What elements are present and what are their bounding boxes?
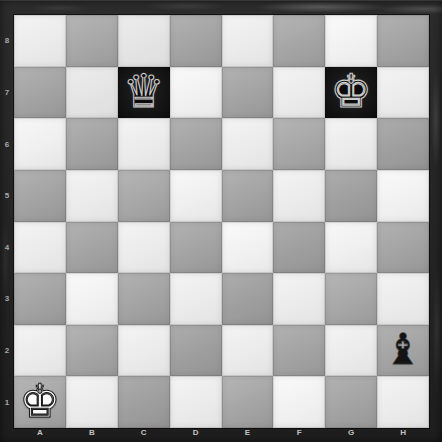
square-g5[interactable] xyxy=(325,170,377,222)
square-e4[interactable] xyxy=(222,222,274,274)
square-g2[interactable] xyxy=(325,325,377,377)
rank-label-5: 5 xyxy=(0,170,14,222)
square-e5[interactable] xyxy=(222,170,274,222)
square-g6[interactable] xyxy=(325,118,377,170)
square-e8[interactable] xyxy=(222,15,274,67)
square-c5[interactable] xyxy=(118,170,170,222)
chess-board: ♛♚♝♚ xyxy=(14,15,429,428)
square-h4[interactable] xyxy=(377,222,429,274)
square-g8[interactable] xyxy=(325,15,377,67)
square-h7[interactable] xyxy=(377,67,429,119)
file-labels: ABCDEFGH xyxy=(14,428,429,442)
file-label-e: E xyxy=(222,428,274,442)
square-e1[interactable] xyxy=(222,376,274,428)
square-f5[interactable] xyxy=(273,170,325,222)
rank-label-6: 6 xyxy=(0,118,14,170)
rank-label-2: 2 xyxy=(0,325,14,377)
square-d8[interactable] xyxy=(170,15,222,67)
square-b5[interactable] xyxy=(66,170,118,222)
square-d6[interactable] xyxy=(170,118,222,170)
square-b4[interactable] xyxy=(66,222,118,274)
square-c3[interactable] xyxy=(118,273,170,325)
square-c6[interactable] xyxy=(118,118,170,170)
file-label-a: A xyxy=(14,428,66,442)
square-e6[interactable] xyxy=(222,118,274,170)
square-f6[interactable] xyxy=(273,118,325,170)
square-h8[interactable] xyxy=(377,15,429,67)
square-d5[interactable] xyxy=(170,170,222,222)
square-d1[interactable] xyxy=(170,376,222,428)
file-label-f: F xyxy=(273,428,325,442)
square-b3[interactable] xyxy=(66,273,118,325)
square-a2[interactable] xyxy=(14,325,66,377)
square-f2[interactable] xyxy=(273,325,325,377)
square-f3[interactable] xyxy=(273,273,325,325)
square-g4[interactable] xyxy=(325,222,377,274)
rank-labels: 87654321 xyxy=(0,15,14,428)
square-h6[interactable] xyxy=(377,118,429,170)
square-a1[interactable]: ♚ xyxy=(14,376,66,428)
square-e2[interactable] xyxy=(222,325,274,377)
square-d2[interactable] xyxy=(170,325,222,377)
square-e7[interactable] xyxy=(222,67,274,119)
square-c7[interactable]: ♛ xyxy=(118,67,170,119)
square-b2[interactable] xyxy=(66,325,118,377)
square-h2[interactable]: ♝ xyxy=(377,325,429,377)
square-b7[interactable] xyxy=(66,67,118,119)
square-g1[interactable] xyxy=(325,376,377,428)
square-f7[interactable] xyxy=(273,67,325,119)
file-label-b: B xyxy=(66,428,118,442)
black-bishop[interactable]: ♝ xyxy=(384,328,423,371)
square-h3[interactable] xyxy=(377,273,429,325)
square-c2[interactable] xyxy=(118,325,170,377)
file-label-g: G xyxy=(325,428,377,442)
square-a7[interactable] xyxy=(14,67,66,119)
square-d3[interactable] xyxy=(170,273,222,325)
square-a8[interactable] xyxy=(14,15,66,67)
square-c1[interactable] xyxy=(118,376,170,428)
square-a4[interactable] xyxy=(14,222,66,274)
square-f4[interactable] xyxy=(273,222,325,274)
white-king[interactable]: ♚ xyxy=(19,378,60,424)
file-label-h: H xyxy=(377,428,429,442)
square-c4[interactable] xyxy=(118,222,170,274)
file-label-d: D xyxy=(170,428,222,442)
square-a5[interactable] xyxy=(14,170,66,222)
square-f8[interactable] xyxy=(273,15,325,67)
square-b6[interactable] xyxy=(66,118,118,170)
square-g7[interactable]: ♚ xyxy=(325,67,377,119)
rank-label-4: 4 xyxy=(0,222,14,274)
square-c8[interactable] xyxy=(118,15,170,67)
file-label-c: C xyxy=(118,428,170,442)
rank-label-3: 3 xyxy=(0,273,14,325)
square-d4[interactable] xyxy=(170,222,222,274)
square-a3[interactable] xyxy=(14,273,66,325)
square-h1[interactable] xyxy=(377,376,429,428)
square-d7[interactable] xyxy=(170,67,222,119)
rank-label-7: 7 xyxy=(0,67,14,119)
square-g3[interactable] xyxy=(325,273,377,325)
square-b1[interactable] xyxy=(66,376,118,428)
square-b8[interactable] xyxy=(66,15,118,67)
square-a6[interactable] xyxy=(14,118,66,170)
square-f1[interactable] xyxy=(273,376,325,428)
rank-label-8: 8 xyxy=(0,15,14,67)
rank-label-1: 1 xyxy=(0,376,14,428)
black-king[interactable]: ♚ xyxy=(331,68,372,114)
chess-board-frame: ♛♚♝♚ 87654321 ABCDEFGH xyxy=(0,0,442,442)
square-e3[interactable] xyxy=(222,273,274,325)
square-h5[interactable] xyxy=(377,170,429,222)
black-queen[interactable]: ♛ xyxy=(123,68,164,114)
